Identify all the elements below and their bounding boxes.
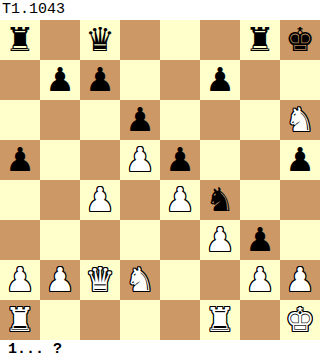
square-b6[interactable] [40, 100, 80, 140]
white-pawn[interactable]: ♟ [285, 260, 315, 300]
square-h7[interactable] [280, 60, 320, 100]
square-d8[interactable] [120, 20, 160, 60]
square-e5[interactable]: ♟ [160, 140, 200, 180]
square-h4[interactable] [280, 180, 320, 220]
square-e3[interactable] [160, 220, 200, 260]
square-c7[interactable]: ♟ [80, 60, 120, 100]
square-e7[interactable] [160, 60, 200, 100]
black-queen[interactable]: ♛ [85, 20, 115, 60]
white-pawn[interactable]: ♟ [85, 180, 115, 220]
white-rook[interactable]: ♜ [5, 300, 35, 340]
square-d1[interactable] [120, 300, 160, 340]
square-c3[interactable] [80, 220, 120, 260]
white-pawn[interactable]: ♟ [245, 260, 275, 300]
square-d2[interactable]: ♞ [120, 260, 160, 300]
square-f1[interactable]: ♜ [200, 300, 240, 340]
square-h2[interactable]: ♟ [280, 260, 320, 300]
black-pawn[interactable]: ♟ [245, 220, 275, 260]
white-knight[interactable]: ♞ [285, 100, 315, 140]
square-c6[interactable] [80, 100, 120, 140]
square-g2[interactable]: ♟ [240, 260, 280, 300]
square-h8[interactable]: ♚ [280, 20, 320, 60]
chess-board: ♜♛♜♚♟♟♟♟♞♟♟♟♟♟♟♞♟♟♟♟♛♞♟♟♜♜♚ [0, 20, 320, 340]
black-pawn[interactable]: ♟ [5, 140, 35, 180]
square-h6[interactable]: ♞ [280, 100, 320, 140]
square-b1[interactable] [40, 300, 80, 340]
black-king[interactable]: ♚ [285, 20, 315, 60]
square-c8[interactable]: ♛ [80, 20, 120, 60]
square-e4[interactable]: ♟ [160, 180, 200, 220]
square-f2[interactable] [200, 260, 240, 300]
move-prompt: 1... ? [0, 340, 320, 360]
black-pawn[interactable]: ♟ [85, 60, 115, 100]
square-h1[interactable]: ♚ [280, 300, 320, 340]
square-e6[interactable] [160, 100, 200, 140]
square-c5[interactable] [80, 140, 120, 180]
chess-puzzle-app: T1.1043 ♜♛♜♚♟♟♟♟♞♟♟♟♟♟♟♞♟♟♟♟♛♞♟♟♜♜♚ 1...… [0, 0, 320, 360]
black-pawn[interactable]: ♟ [125, 100, 155, 140]
square-b8[interactable] [40, 20, 80, 60]
square-a6[interactable] [0, 100, 40, 140]
white-pawn[interactable]: ♟ [5, 260, 35, 300]
square-b3[interactable] [40, 220, 80, 260]
square-b7[interactable]: ♟ [40, 60, 80, 100]
square-c2[interactable]: ♛ [80, 260, 120, 300]
square-f4[interactable]: ♞ [200, 180, 240, 220]
black-pawn[interactable]: ♟ [45, 60, 75, 100]
square-g5[interactable] [240, 140, 280, 180]
puzzle-title: T1.1043 [0, 0, 320, 20]
black-rook[interactable]: ♜ [5, 20, 35, 60]
square-a4[interactable] [0, 180, 40, 220]
black-pawn[interactable]: ♟ [165, 140, 195, 180]
square-g7[interactable] [240, 60, 280, 100]
square-g8[interactable]: ♜ [240, 20, 280, 60]
square-c1[interactable] [80, 300, 120, 340]
square-e8[interactable] [160, 20, 200, 60]
square-g1[interactable] [240, 300, 280, 340]
black-pawn[interactable]: ♟ [285, 140, 315, 180]
square-a1[interactable]: ♜ [0, 300, 40, 340]
square-e2[interactable] [160, 260, 200, 300]
square-d5[interactable]: ♟ [120, 140, 160, 180]
square-b5[interactable] [40, 140, 80, 180]
white-pawn[interactable]: ♟ [45, 260, 75, 300]
square-a8[interactable]: ♜ [0, 20, 40, 60]
square-g4[interactable] [240, 180, 280, 220]
square-a2[interactable]: ♟ [0, 260, 40, 300]
square-d4[interactable] [120, 180, 160, 220]
white-rook[interactable]: ♜ [205, 300, 235, 340]
square-f6[interactable] [200, 100, 240, 140]
white-pawn[interactable]: ♟ [165, 180, 195, 220]
square-d3[interactable] [120, 220, 160, 260]
square-f3[interactable]: ♟ [200, 220, 240, 260]
square-h3[interactable] [280, 220, 320, 260]
square-g3[interactable]: ♟ [240, 220, 280, 260]
square-e1[interactable] [160, 300, 200, 340]
black-pawn[interactable]: ♟ [205, 60, 235, 100]
square-f8[interactable] [200, 20, 240, 60]
black-knight[interactable]: ♞ [205, 180, 235, 220]
square-f5[interactable] [200, 140, 240, 180]
square-g6[interactable] [240, 100, 280, 140]
white-knight[interactable]: ♞ [125, 260, 155, 300]
square-a5[interactable]: ♟ [0, 140, 40, 180]
white-pawn[interactable]: ♟ [125, 140, 155, 180]
white-pawn[interactable]: ♟ [205, 220, 235, 260]
square-a3[interactable] [0, 220, 40, 260]
square-b4[interactable] [40, 180, 80, 220]
square-c4[interactable]: ♟ [80, 180, 120, 220]
square-d6[interactable]: ♟ [120, 100, 160, 140]
square-a7[interactable] [0, 60, 40, 100]
square-b2[interactable]: ♟ [40, 260, 80, 300]
white-queen[interactable]: ♛ [85, 260, 115, 300]
square-h5[interactable]: ♟ [280, 140, 320, 180]
black-rook[interactable]: ♜ [245, 20, 275, 60]
square-f7[interactable]: ♟ [200, 60, 240, 100]
square-d7[interactable] [120, 60, 160, 100]
white-king[interactable]: ♚ [285, 300, 315, 340]
